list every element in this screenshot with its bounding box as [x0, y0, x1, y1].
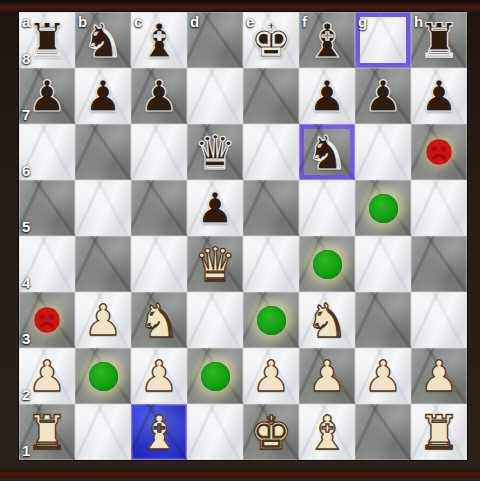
- square-b5[interactable]: [75, 180, 131, 236]
- square-d3[interactable]: [187, 292, 243, 348]
- white-king[interactable]: ♚: [243, 404, 299, 460]
- black-knight[interactable]: ♞: [299, 124, 355, 180]
- square-b2[interactable]: [75, 348, 131, 404]
- white-queen[interactable]: ♛: [187, 236, 243, 292]
- top-accent-strip: [0, 0, 480, 12]
- square-d5[interactable]: ♟: [187, 180, 243, 236]
- square-a6[interactable]: 6: [19, 124, 75, 180]
- black-pawn[interactable]: ♟: [187, 180, 243, 236]
- square-h3[interactable]: [411, 292, 467, 348]
- black-knight[interactable]: ♞: [75, 12, 131, 68]
- square-a2[interactable]: 2♟: [19, 348, 75, 404]
- black-pawn[interactable]: ♟: [299, 68, 355, 124]
- legal-move-dot[interactable]: [313, 250, 342, 279]
- square-g7[interactable]: ♟: [355, 68, 411, 124]
- legal-move-dot[interactable]: [201, 362, 230, 391]
- square-e7[interactable]: [243, 68, 299, 124]
- square-f5[interactable]: [299, 180, 355, 236]
- square-g6[interactable]: [355, 124, 411, 180]
- square-d1[interactable]: [187, 404, 243, 460]
- square-f8[interactable]: f♝: [299, 12, 355, 68]
- white-pawn[interactable]: ♟: [299, 348, 355, 404]
- white-pawn[interactable]: ♟: [131, 348, 187, 404]
- legal-move-dot[interactable]: [257, 306, 286, 335]
- black-queen[interactable]: ♛: [187, 124, 243, 180]
- square-f6[interactable]: ♞: [299, 124, 355, 180]
- square-g4[interactable]: [355, 236, 411, 292]
- square-d4[interactable]: ♛: [187, 236, 243, 292]
- rank-label-5: 5: [22, 219, 30, 234]
- white-pawn[interactable]: ♟: [243, 348, 299, 404]
- square-b7[interactable]: ♟: [75, 68, 131, 124]
- black-pawn[interactable]: ♟: [355, 68, 411, 124]
- square-g1[interactable]: [355, 404, 411, 460]
- black-pawn[interactable]: ♟: [75, 68, 131, 124]
- square-c6[interactable]: [131, 124, 187, 180]
- square-g2[interactable]: ♟: [355, 348, 411, 404]
- square-h6[interactable]: [411, 124, 467, 180]
- black-bishop[interactable]: ♝: [299, 12, 355, 68]
- square-b6[interactable]: [75, 124, 131, 180]
- square-c5[interactable]: [131, 180, 187, 236]
- square-f7[interactable]: ♟: [299, 68, 355, 124]
- square-a5[interactable]: 5: [19, 180, 75, 236]
- black-pawn[interactable]: ♟: [131, 68, 187, 124]
- square-c8[interactable]: c♝: [131, 12, 187, 68]
- square-a3[interactable]: 3: [19, 292, 75, 348]
- square-e1[interactable]: ♚: [243, 404, 299, 460]
- square-e3[interactable]: [243, 292, 299, 348]
- square-c3[interactable]: ♞: [131, 292, 187, 348]
- square-h8[interactable]: h♜: [411, 12, 467, 68]
- white-knight[interactable]: ♞: [299, 292, 355, 348]
- square-a7[interactable]: 7♟: [19, 68, 75, 124]
- square-c1[interactable]: ♝: [131, 404, 187, 460]
- square-f3[interactable]: ♞: [299, 292, 355, 348]
- square-g3[interactable]: [355, 292, 411, 348]
- white-bishop[interactable]: ♝: [299, 404, 355, 460]
- legal-move-dot[interactable]: [89, 362, 118, 391]
- white-pawn[interactable]: ♟: [75, 292, 131, 348]
- square-b1[interactable]: [75, 404, 131, 460]
- square-f2[interactable]: ♟: [299, 348, 355, 404]
- black-bishop[interactable]: ♝: [131, 12, 187, 68]
- black-king[interactable]: ♚: [243, 12, 299, 68]
- square-h2[interactable]: ♟: [411, 348, 467, 404]
- legal-move-dot[interactable]: [369, 194, 398, 223]
- square-h1[interactable]: ♜: [411, 404, 467, 460]
- square-e8[interactable]: e♚: [243, 12, 299, 68]
- file-label-g: g: [358, 14, 367, 29]
- square-h7[interactable]: ♟: [411, 68, 467, 124]
- square-f1[interactable]: ♝: [299, 404, 355, 460]
- rank-label-3: 3: [22, 331, 30, 346]
- square-a8[interactable]: a8♜: [19, 12, 75, 68]
- white-rook[interactable]: ♜: [411, 404, 467, 460]
- rank-label-4: 4: [22, 275, 30, 290]
- square-c2[interactable]: ♟: [131, 348, 187, 404]
- square-e2[interactable]: ♟: [243, 348, 299, 404]
- file-label-d: d: [190, 14, 199, 29]
- chess-board: a8♜b♞c♝de♚f♝gh♜7♟♟♟♟♟♟6♛♞5♟4♛3♟♞♞2♟♟♟♟♟♟…: [19, 12, 467, 460]
- square-d6[interactable]: ♛: [187, 124, 243, 180]
- black-pawn[interactable]: ♟: [411, 68, 467, 124]
- square-b4[interactable]: [75, 236, 131, 292]
- square-h4[interactable]: [411, 236, 467, 292]
- white-knight[interactable]: ♞: [131, 292, 187, 348]
- square-d2[interactable]: [187, 348, 243, 404]
- square-b8[interactable]: b♞: [75, 12, 131, 68]
- square-d7[interactable]: [187, 68, 243, 124]
- bottom-accent-strip: [0, 461, 480, 481]
- black-rook[interactable]: ♜: [19, 12, 75, 68]
- bad-move-icon[interactable]: [425, 138, 453, 166]
- white-rook[interactable]: ♜: [19, 404, 75, 460]
- square-a4[interactable]: 4: [19, 236, 75, 292]
- rank-label-6: 6: [22, 163, 30, 178]
- chess-app-window: a8♜b♞c♝de♚f♝gh♜7♟♟♟♟♟♟6♛♞5♟4♛3♟♞♞2♟♟♟♟♟♟…: [0, 0, 480, 481]
- square-c7[interactable]: ♟: [131, 68, 187, 124]
- square-g8[interactable]: g: [355, 12, 411, 68]
- square-e4[interactable]: [243, 236, 299, 292]
- white-bishop[interactable]: ♝: [131, 404, 187, 460]
- square-h5[interactable]: [411, 180, 467, 236]
- square-b3[interactable]: ♟: [75, 292, 131, 348]
- white-pawn[interactable]: ♟: [19, 348, 75, 404]
- black-pawn[interactable]: ♟: [19, 68, 75, 124]
- square-c4[interactable]: [131, 236, 187, 292]
- bad-move-icon[interactable]: [33, 306, 61, 334]
- square-f4[interactable]: [299, 236, 355, 292]
- square-g5[interactable]: [355, 180, 411, 236]
- square-d8[interactable]: d: [187, 12, 243, 68]
- square-e5[interactable]: [243, 180, 299, 236]
- white-pawn[interactable]: ♟: [411, 348, 467, 404]
- square-a1[interactable]: 1♜: [19, 404, 75, 460]
- white-pawn[interactable]: ♟: [355, 348, 411, 404]
- square-e6[interactable]: [243, 124, 299, 180]
- black-rook[interactable]: ♜: [411, 12, 467, 68]
